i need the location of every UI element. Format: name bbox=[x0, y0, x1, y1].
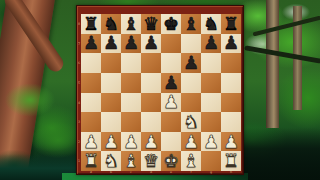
black-pawn-a7[interactable]: ♟ bbox=[83, 34, 99, 52]
square-h6[interactable] bbox=[221, 53, 241, 73]
water-bottom-right bbox=[242, 128, 320, 180]
square-b6[interactable] bbox=[101, 53, 121, 73]
white-knight-b1[interactable]: ♞ bbox=[103, 152, 119, 170]
square-g7[interactable]: ♟ bbox=[201, 34, 221, 54]
black-king-e8[interactable]: ♚ bbox=[163, 15, 179, 33]
square-b2[interactable]: ♟ bbox=[101, 132, 121, 152]
square-d2[interactable]: ♟ bbox=[141, 132, 161, 152]
square-h4[interactable] bbox=[221, 93, 241, 113]
square-f1[interactable]: ♝ bbox=[181, 151, 201, 171]
square-c6[interactable] bbox=[121, 53, 141, 73]
white-pawn-b2[interactable]: ♟ bbox=[103, 133, 119, 151]
square-c7[interactable]: ♟ bbox=[121, 34, 141, 54]
white-bishop-f1[interactable]: ♝ bbox=[183, 152, 199, 170]
square-d5[interactable] bbox=[141, 73, 161, 93]
square-a7[interactable]: ♟ bbox=[81, 34, 101, 54]
black-knight-g8[interactable]: ♞ bbox=[203, 15, 219, 33]
square-c2[interactable]: ♟ bbox=[121, 132, 141, 152]
square-b7[interactable]: ♟ bbox=[101, 34, 121, 54]
square-a6[interactable] bbox=[81, 53, 101, 73]
square-h2[interactable]: ♟ bbox=[221, 132, 241, 152]
square-d8[interactable]: ♛ bbox=[141, 14, 161, 34]
square-d7[interactable]: ♟ bbox=[141, 34, 161, 54]
square-e6[interactable] bbox=[161, 53, 181, 73]
square-b3[interactable] bbox=[101, 112, 121, 132]
square-a1[interactable]: ♜ bbox=[81, 151, 101, 171]
square-f6[interactable]: ♟ bbox=[181, 53, 201, 73]
black-rook-a8[interactable]: ♜ bbox=[83, 15, 99, 33]
square-e5[interactable]: ♟ bbox=[161, 73, 181, 93]
rank-label-2: 2 bbox=[78, 136, 80, 147]
square-d4[interactable] bbox=[141, 93, 161, 113]
rank-label-6: 6 bbox=[78, 58, 80, 69]
chess-board: 87654321 abcdefgh ♜♞♝♛♚♝♞♜♟♟♟♟♟♟♟♟♟♞♟♟♟♟… bbox=[76, 5, 244, 175]
white-pawn-h2[interactable]: ♟ bbox=[223, 133, 239, 151]
square-d3[interactable] bbox=[141, 112, 161, 132]
black-knight-b8[interactable]: ♞ bbox=[103, 15, 119, 33]
tree-trunk-right-1 bbox=[266, 0, 279, 128]
square-g6[interactable] bbox=[201, 53, 221, 73]
square-f8[interactable]: ♝ bbox=[181, 14, 201, 34]
black-bishop-f8[interactable]: ♝ bbox=[183, 15, 199, 33]
game-scene: 87654321 abcdefgh ♜♞♝♛♚♝♞♜♟♟♟♟♟♟♟♟♟♞♟♟♟♟… bbox=[0, 0, 320, 180]
white-queen-d1[interactable]: ♛ bbox=[143, 152, 159, 170]
square-c5[interactable] bbox=[121, 73, 141, 93]
square-g2[interactable]: ♟ bbox=[201, 132, 221, 152]
black-pawn-f6[interactable]: ♟ bbox=[183, 54, 199, 72]
square-c4[interactable] bbox=[121, 93, 141, 113]
square-g1[interactable] bbox=[201, 151, 221, 171]
square-h1[interactable]: ♜ bbox=[221, 151, 241, 171]
square-g8[interactable]: ♞ bbox=[201, 14, 221, 34]
rank-label-3: 3 bbox=[78, 117, 80, 128]
square-e8[interactable]: ♚ bbox=[161, 14, 181, 34]
square-e2[interactable] bbox=[161, 132, 181, 152]
square-h8[interactable]: ♜ bbox=[221, 14, 241, 34]
rank-label-7: 7 bbox=[78, 38, 80, 49]
white-pawn-c2[interactable]: ♟ bbox=[123, 133, 139, 151]
square-h3[interactable] bbox=[221, 112, 241, 132]
square-d1[interactable]: ♛ bbox=[141, 151, 161, 171]
square-d6[interactable] bbox=[141, 53, 161, 73]
white-bishop-c1[interactable]: ♝ bbox=[123, 152, 139, 170]
square-g4[interactable] bbox=[201, 93, 221, 113]
white-pawn-f2[interactable]: ♟ bbox=[183, 133, 199, 151]
white-pawn-e4[interactable]: ♟ bbox=[163, 93, 179, 111]
black-bishop-c8[interactable]: ♝ bbox=[123, 15, 139, 33]
white-pawn-a2[interactable]: ♟ bbox=[83, 133, 99, 151]
white-pawn-g2[interactable]: ♟ bbox=[203, 133, 219, 151]
black-pawn-d7[interactable]: ♟ bbox=[143, 34, 159, 52]
board-grid: ♜♞♝♛♚♝♞♜♟♟♟♟♟♟♟♟♟♞♟♟♟♟♟♟♟♜♞♝♛♚♝♜ bbox=[81, 14, 241, 171]
square-f4[interactable] bbox=[181, 93, 201, 113]
square-c8[interactable]: ♝ bbox=[121, 14, 141, 34]
square-h7[interactable]: ♟ bbox=[221, 34, 241, 54]
square-a4[interactable] bbox=[81, 93, 101, 113]
square-e7[interactable] bbox=[161, 34, 181, 54]
black-pawn-h7[interactable]: ♟ bbox=[223, 34, 239, 52]
rank-label-4: 4 bbox=[78, 97, 80, 108]
rank-label-5: 5 bbox=[78, 77, 80, 88]
square-a8[interactable]: ♜ bbox=[81, 14, 101, 34]
square-g5[interactable] bbox=[201, 73, 221, 93]
square-f3[interactable]: ♞ bbox=[181, 112, 201, 132]
black-rook-h8[interactable]: ♜ bbox=[223, 15, 239, 33]
black-pawn-e5[interactable]: ♟ bbox=[163, 74, 179, 92]
square-b4[interactable] bbox=[101, 93, 121, 113]
white-pawn-d2[interactable]: ♟ bbox=[143, 133, 159, 151]
white-king-e1[interactable]: ♚ bbox=[163, 152, 179, 170]
square-c1[interactable]: ♝ bbox=[121, 151, 141, 171]
square-f7[interactable] bbox=[181, 34, 201, 54]
black-pawn-g7[interactable]: ♟ bbox=[203, 34, 219, 52]
square-b5[interactable] bbox=[101, 73, 121, 93]
black-pawn-c7[interactable]: ♟ bbox=[123, 34, 139, 52]
square-f5[interactable] bbox=[181, 73, 201, 93]
square-e4[interactable]: ♟ bbox=[161, 93, 181, 113]
square-e1[interactable]: ♚ bbox=[161, 151, 181, 171]
black-queen-d8[interactable]: ♛ bbox=[143, 15, 159, 33]
square-g3[interactable] bbox=[201, 112, 221, 132]
rank-label-1: 1 bbox=[78, 156, 80, 167]
black-pawn-b7[interactable]: ♟ bbox=[103, 34, 119, 52]
square-b8[interactable]: ♞ bbox=[101, 14, 121, 34]
white-rook-h1[interactable]: ♜ bbox=[223, 152, 239, 170]
square-h5[interactable] bbox=[221, 73, 241, 93]
square-c3[interactable] bbox=[121, 112, 141, 132]
square-b1[interactable]: ♞ bbox=[101, 151, 121, 171]
square-a2[interactable]: ♟ bbox=[81, 132, 101, 152]
white-rook-a1[interactable]: ♜ bbox=[83, 152, 99, 170]
white-knight-f3[interactable]: ♞ bbox=[183, 113, 199, 131]
square-f2[interactable]: ♟ bbox=[181, 132, 201, 152]
square-e3[interactable] bbox=[161, 112, 181, 132]
square-a3[interactable] bbox=[81, 112, 101, 132]
rank-label-8: 8 bbox=[78, 18, 80, 29]
square-a5[interactable] bbox=[81, 73, 101, 93]
